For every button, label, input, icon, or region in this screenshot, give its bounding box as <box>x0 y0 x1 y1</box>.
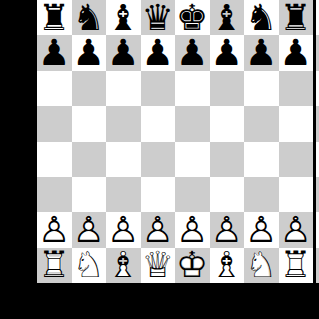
square-a7[interactable]: ♟ <box>37 35 72 70</box>
right-edge-sliver <box>316 0 319 283</box>
square-c2[interactable]: ♟♙ <box>106 212 141 247</box>
square-e3[interactable] <box>175 177 210 212</box>
white-piece-fill: ♟ <box>175 212 210 247</box>
square-c5[interactable] <box>106 106 141 141</box>
piece-white-pawn[interactable]: ♟♙ <box>106 212 141 247</box>
black-piece-glyph: ♛ <box>141 0 176 35</box>
white-piece-fill: ♝ <box>106 248 141 283</box>
piece-white-pawn[interactable]: ♟♙ <box>244 212 279 247</box>
square-f1[interactable]: ♝♗ <box>210 248 245 283</box>
square-h5[interactable] <box>279 106 314 141</box>
piece-white-pawn[interactable]: ♟♙ <box>175 212 210 247</box>
edge-pattern-cell <box>316 248 319 283</box>
square-g5[interactable] <box>244 106 279 141</box>
square-g7[interactable]: ♟ <box>244 35 279 70</box>
piece-white-pawn[interactable]: ♟♙ <box>279 212 314 247</box>
white-piece-fill: ♞ <box>72 248 107 283</box>
black-piece-glyph: ♚ <box>175 0 210 35</box>
edge-pattern-cell <box>316 71 319 106</box>
black-piece-glyph: ♞ <box>244 0 279 35</box>
white-piece-fill: ♜ <box>37 248 72 283</box>
piece-black-rook[interactable]: ♜ <box>279 0 314 35</box>
square-g6[interactable] <box>244 71 279 106</box>
white-piece-fill: ♟ <box>279 212 314 247</box>
chess-diagram: ♜♞♝♛♚♝♞♜♟♟♟♟♟♟♟♟♟♙♟♙♟♙♟♙♟♙♟♙♟♙♟♙♜♖♞♘♝♗♛♕… <box>0 0 319 319</box>
square-a8[interactable]: ♜ <box>37 0 72 35</box>
black-piece-glyph: ♟ <box>175 35 210 70</box>
square-f7[interactable]: ♟ <box>210 35 245 70</box>
square-b4[interactable] <box>72 142 107 177</box>
piece-white-bishop[interactable]: ♝♗ <box>106 248 141 283</box>
square-b1[interactable]: ♞♘ <box>72 248 107 283</box>
square-a1[interactable]: ♜♖ <box>37 248 72 283</box>
piece-white-bishop[interactable]: ♝♗ <box>210 248 245 283</box>
piece-white-rook[interactable]: ♜♖ <box>279 248 314 283</box>
piece-black-knight[interactable]: ♞ <box>72 0 107 35</box>
square-b3[interactable] <box>72 177 107 212</box>
square-a4[interactable] <box>37 142 72 177</box>
square-g8[interactable]: ♞ <box>244 0 279 35</box>
square-c7[interactable]: ♟ <box>106 35 141 70</box>
square-f6[interactable] <box>210 71 245 106</box>
black-piece-glyph: ♟ <box>244 35 279 70</box>
piece-white-pawn[interactable]: ♟♙ <box>72 212 107 247</box>
black-piece-glyph: ♟ <box>72 35 107 70</box>
square-h8[interactable]: ♜ <box>279 0 314 35</box>
piece-black-pawn[interactable]: ♟ <box>72 35 107 70</box>
square-g3[interactable] <box>244 177 279 212</box>
square-h3[interactable] <box>279 177 314 212</box>
square-a3[interactable] <box>37 177 72 212</box>
square-e6[interactable] <box>175 71 210 106</box>
white-piece-fill: ♟ <box>106 212 141 247</box>
white-piece-outline: ♘ <box>72 248 107 283</box>
square-h1[interactable]: ♜♖ <box>279 248 314 283</box>
piece-white-rook[interactable]: ♜♖ <box>37 248 72 283</box>
square-e8[interactable]: ♚ <box>175 0 210 35</box>
square-d3[interactable] <box>141 177 176 212</box>
white-piece-outline: ♗ <box>106 248 141 283</box>
white-piece-fill: ♟ <box>37 212 72 247</box>
square-h7[interactable]: ♟ <box>279 35 314 70</box>
white-piece-outline: ♙ <box>72 212 107 247</box>
square-e5[interactable] <box>175 106 210 141</box>
square-c8[interactable]: ♝ <box>106 0 141 35</box>
black-piece-glyph: ♞ <box>72 0 107 35</box>
chess-board: ♜♞♝♛♚♝♞♜♟♟♟♟♟♟♟♟♟♙♟♙♟♙♟♙♟♙♟♙♟♙♟♙♜♖♞♘♝♗♛♕… <box>37 0 316 283</box>
square-f3[interactable] <box>210 177 245 212</box>
white-piece-fill: ♞ <box>244 248 279 283</box>
black-piece-glyph: ♟ <box>106 35 141 70</box>
square-b7[interactable]: ♟ <box>72 35 107 70</box>
white-piece-outline: ♘ <box>244 248 279 283</box>
piece-black-pawn[interactable]: ♟ <box>244 35 279 70</box>
black-piece-glyph: ♟ <box>210 35 245 70</box>
square-f4[interactable] <box>210 142 245 177</box>
piece-black-pawn[interactable]: ♟ <box>210 35 245 70</box>
square-d5[interactable] <box>141 106 176 141</box>
square-c1[interactable]: ♝♗ <box>106 248 141 283</box>
piece-white-king[interactable]: ♚♔ <box>175 248 210 283</box>
edge-pattern-cell <box>316 106 319 141</box>
piece-black-rook[interactable]: ♜ <box>37 0 72 35</box>
piece-black-knight[interactable]: ♞ <box>244 0 279 35</box>
piece-white-pawn[interactable]: ♟♙ <box>141 212 176 247</box>
edge-pattern-cell <box>316 0 319 35</box>
square-a6[interactable] <box>37 71 72 106</box>
piece-black-bishop[interactable]: ♝ <box>210 0 245 35</box>
edge-pattern-cell <box>316 35 319 70</box>
white-piece-outline: ♖ <box>279 248 314 283</box>
white-piece-outline: ♗ <box>210 248 245 283</box>
black-piece-glyph: ♝ <box>106 0 141 35</box>
black-piece-glyph: ♟ <box>141 35 176 70</box>
square-b8[interactable]: ♞ <box>72 0 107 35</box>
white-piece-fill: ♜ <box>279 248 314 283</box>
piece-black-pawn[interactable]: ♟ <box>37 35 72 70</box>
piece-black-pawn[interactable]: ♟ <box>106 35 141 70</box>
square-h2[interactable]: ♟♙ <box>279 212 314 247</box>
left-margin <box>0 0 37 319</box>
square-g2[interactable]: ♟♙ <box>244 212 279 247</box>
square-c4[interactable] <box>106 142 141 177</box>
square-b6[interactable] <box>72 71 107 106</box>
square-f8[interactable]: ♝ <box>210 0 245 35</box>
edge-pattern-cell <box>316 142 319 177</box>
piece-black-pawn[interactable]: ♟ <box>279 35 314 70</box>
square-e4[interactable] <box>175 142 210 177</box>
square-b2[interactable]: ♟♙ <box>72 212 107 247</box>
piece-black-bishop[interactable]: ♝ <box>106 0 141 35</box>
white-piece-outline: ♙ <box>210 212 245 247</box>
square-e7[interactable]: ♟ <box>175 35 210 70</box>
white-piece-fill: ♟ <box>72 212 107 247</box>
black-piece-glyph: ♟ <box>279 35 314 70</box>
square-e1[interactable]: ♚♔ <box>175 248 210 283</box>
piece-white-knight[interactable]: ♞♘ <box>244 248 279 283</box>
edge-pattern-cell <box>316 177 319 212</box>
piece-white-pawn[interactable]: ♟♙ <box>210 212 245 247</box>
white-piece-fill: ♟ <box>210 212 245 247</box>
piece-black-king[interactable]: ♚ <box>175 0 210 35</box>
square-b5[interactable] <box>72 106 107 141</box>
square-g1[interactable]: ♞♘ <box>244 248 279 283</box>
square-h4[interactable] <box>279 142 314 177</box>
square-d1[interactable]: ♛♕ <box>141 248 176 283</box>
white-piece-fill: ♛ <box>141 248 176 283</box>
white-piece-outline: ♙ <box>175 212 210 247</box>
white-piece-outline: ♙ <box>37 212 72 247</box>
white-piece-outline: ♙ <box>279 212 314 247</box>
square-c6[interactable] <box>106 71 141 106</box>
black-piece-glyph: ♜ <box>37 0 72 35</box>
piece-black-pawn[interactable]: ♟ <box>141 35 176 70</box>
square-d6[interactable] <box>141 71 176 106</box>
square-f5[interactable] <box>210 106 245 141</box>
black-piece-glyph: ♜ <box>279 0 314 35</box>
white-piece-fill: ♟ <box>141 212 176 247</box>
piece-white-queen[interactable]: ♛♕ <box>141 248 176 283</box>
square-a2[interactable]: ♟♙ <box>37 212 72 247</box>
white-piece-outline: ♙ <box>106 212 141 247</box>
piece-white-knight[interactable]: ♞♘ <box>72 248 107 283</box>
square-d2[interactable]: ♟♙ <box>141 212 176 247</box>
white-piece-outline: ♖ <box>37 248 72 283</box>
piece-black-queen[interactable]: ♛ <box>141 0 176 35</box>
square-a5[interactable] <box>37 106 72 141</box>
edge-pattern-cell <box>316 212 319 247</box>
square-e2[interactable]: ♟♙ <box>175 212 210 247</box>
square-g4[interactable] <box>244 142 279 177</box>
square-c3[interactable] <box>106 177 141 212</box>
square-d4[interactable] <box>141 142 176 177</box>
black-piece-glyph: ♝ <box>210 0 245 35</box>
white-piece-outline: ♙ <box>244 212 279 247</box>
square-d7[interactable]: ♟ <box>141 35 176 70</box>
piece-black-pawn[interactable]: ♟ <box>175 35 210 70</box>
square-d8[interactable]: ♛ <box>141 0 176 35</box>
black-piece-glyph: ♟ <box>37 35 72 70</box>
white-piece-outline: ♙ <box>141 212 176 247</box>
white-piece-outline: ♕ <box>141 248 176 283</box>
white-piece-fill: ♝ <box>210 248 245 283</box>
white-piece-fill: ♚ <box>175 248 210 283</box>
white-piece-fill: ♟ <box>244 212 279 247</box>
square-h6[interactable] <box>279 71 314 106</box>
bottom-margin <box>0 283 319 319</box>
square-f2[interactable]: ♟♙ <box>210 212 245 247</box>
piece-white-pawn[interactable]: ♟♙ <box>37 212 72 247</box>
white-piece-outline: ♔ <box>175 248 210 283</box>
